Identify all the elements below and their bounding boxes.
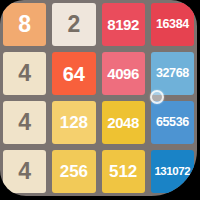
tile-r1c2-4096: 4096 (102, 52, 145, 95)
tile-r0c0-8: 8 (3, 3, 46, 46)
tile-r3c1-256: 256 (52, 150, 95, 193)
board-grid[interactable]: 8281921638446440963276841282048655364256… (0, 0, 197, 196)
tile-r0c1-2: 2 (52, 3, 95, 46)
tile-r0c2-8192: 8192 (102, 3, 145, 46)
tile-r2c0-4: 4 (3, 101, 46, 144)
tile-r3c3-131072: 131072 (151, 150, 194, 193)
tile-r0c3-16384: 16384 (151, 3, 194, 46)
tile-r2c1-128: 128 (52, 101, 95, 144)
tile-r1c0-4: 4 (3, 52, 46, 95)
tile-r2c3-65536: 65536 (151, 101, 194, 144)
app-screenshot: 8281921638446440963276841282048655364256… (0, 0, 200, 200)
tile-r3c2-512: 512 (102, 150, 145, 193)
tile-r3c0-4: 4 (3, 150, 46, 193)
tile-r1c3-32768: 32768 (151, 52, 194, 95)
tile-r1c1-64: 64 (52, 52, 95, 95)
tile-r2c2-2048: 2048 (102, 101, 145, 144)
